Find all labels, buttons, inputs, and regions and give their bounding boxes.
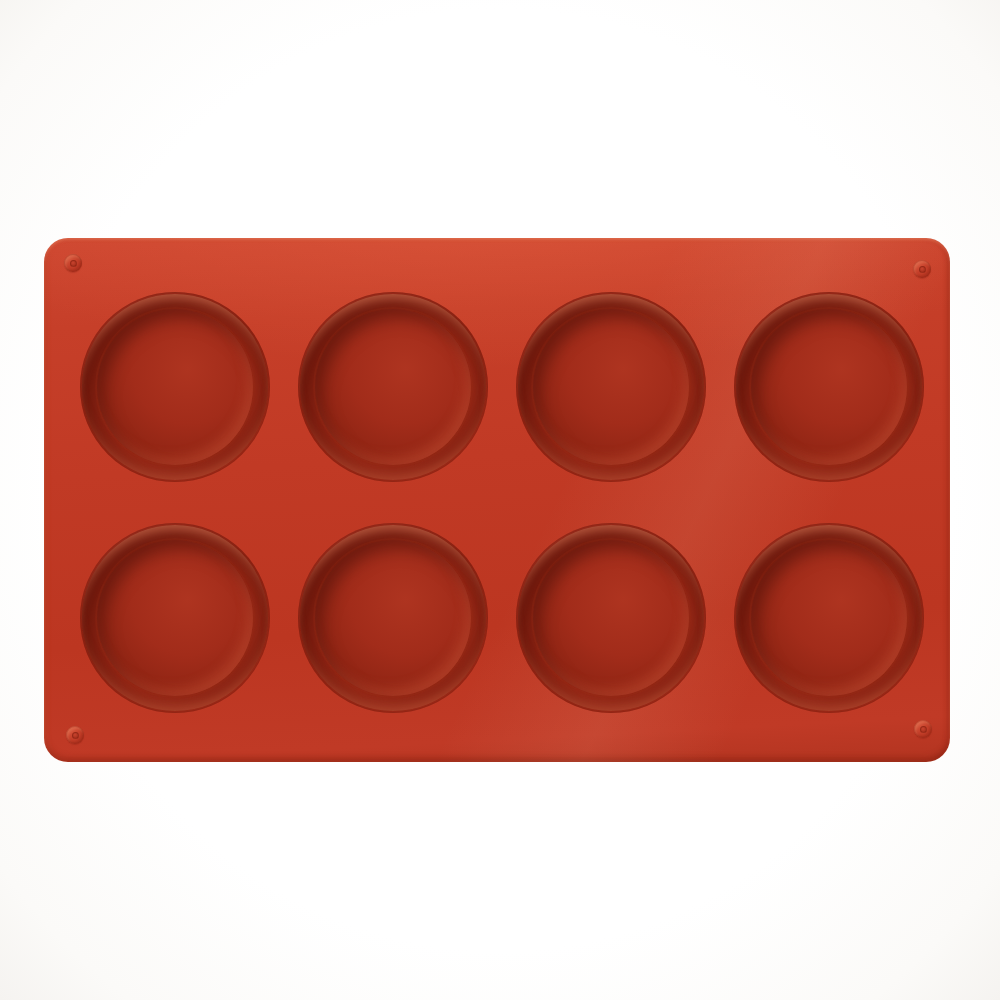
photo-background	[0, 0, 1000, 1000]
silicone-mold	[44, 238, 950, 762]
cavity-r1c1	[80, 292, 270, 482]
corner-pin-top-right	[913, 260, 931, 278]
cavity-r1c3	[516, 292, 706, 482]
cavity-grid	[66, 282, 938, 722]
cavity-r1c2	[298, 292, 488, 482]
cavity-r2c4	[734, 523, 924, 713]
corner-pin-top-left	[64, 254, 82, 272]
corner-pin-bottom-right	[914, 720, 932, 738]
cavity-r2c2	[298, 523, 488, 713]
cavity-r2c3	[516, 523, 706, 713]
corner-pin-bottom-left	[66, 726, 84, 744]
cavity-r2c1	[80, 523, 270, 713]
cavity-r1c4	[734, 292, 924, 482]
